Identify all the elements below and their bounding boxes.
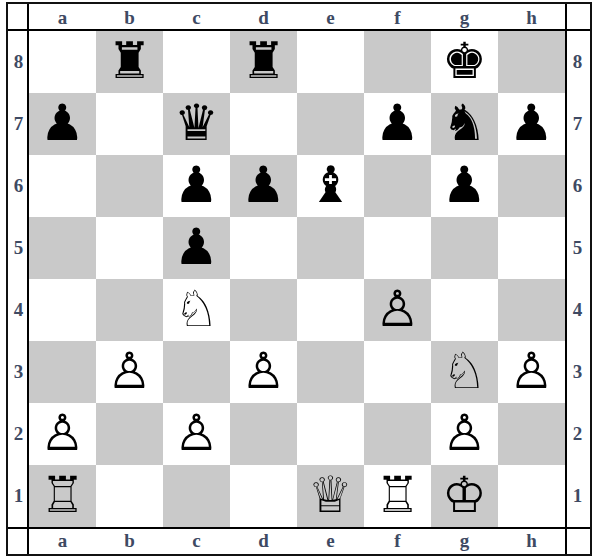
file-label-d-bottom: d [230, 527, 297, 554]
rank-label-1-right: 1 [565, 465, 590, 527]
file-label-g-bottom: g [431, 527, 498, 554]
square-e1[interactable]: ♕ [297, 465, 364, 527]
square-g2[interactable]: ♙ [431, 403, 498, 465]
square-c6[interactable]: ♟ [163, 155, 230, 217]
black-pawn: ♟ [174, 222, 219, 272]
square-e4[interactable] [297, 279, 364, 341]
square-c1[interactable] [163, 465, 230, 527]
square-b4[interactable] [96, 279, 163, 341]
black-pawn: ♟ [174, 160, 219, 210]
corner-cell [8, 527, 29, 554]
square-a3[interactable] [29, 341, 96, 403]
rank-label-3-left: 3 [8, 341, 29, 403]
square-d6[interactable]: ♟ [230, 155, 297, 217]
square-d5[interactable] [230, 217, 297, 279]
rank-label-7-right: 7 [565, 93, 590, 155]
square-h8[interactable] [498, 31, 565, 93]
file-label-h-bottom: h [498, 527, 565, 554]
square-h6[interactable] [498, 155, 565, 217]
white-pawn: ♙ [40, 408, 85, 458]
square-g1[interactable]: ♔ [431, 465, 498, 527]
file-label-b-bottom: b [96, 527, 163, 554]
rank-label-2-right: 2 [565, 403, 590, 465]
white-pawn: ♙ [174, 408, 219, 458]
square-f1[interactable]: ♖ [364, 465, 431, 527]
square-f6[interactable] [364, 155, 431, 217]
square-e8[interactable] [297, 31, 364, 93]
file-label-c-bottom: c [163, 527, 230, 554]
black-bishop: ♝ [308, 160, 353, 210]
square-h5[interactable] [498, 217, 565, 279]
rank-label-6-left: 6 [8, 155, 29, 217]
square-h7[interactable]: ♟ [498, 93, 565, 155]
rank-label-2-left: 2 [8, 403, 29, 465]
square-h3[interactable]: ♙ [498, 341, 565, 403]
black-rook: ♜ [241, 36, 286, 86]
square-b2[interactable] [96, 403, 163, 465]
square-a4[interactable] [29, 279, 96, 341]
black-king: ♚ [442, 36, 487, 86]
square-d3[interactable]: ♙ [230, 341, 297, 403]
square-g8[interactable]: ♚ [431, 31, 498, 93]
file-label-h-top: h [498, 4, 565, 31]
square-f5[interactable] [364, 217, 431, 279]
file-label-g-top: g [431, 4, 498, 31]
square-c7[interactable]: ♛ [163, 93, 230, 155]
square-d7[interactable] [230, 93, 297, 155]
square-g5[interactable] [431, 217, 498, 279]
white-queen: ♕ [308, 470, 353, 520]
square-a1[interactable]: ♖ [29, 465, 96, 527]
rank-label-8-left: 8 [8, 31, 29, 93]
black-pawn: ♟ [442, 160, 487, 210]
square-d1[interactable] [230, 465, 297, 527]
white-knight: ♘ [174, 284, 219, 334]
rank-label-6-right: 6 [565, 155, 590, 217]
square-f7[interactable]: ♟ [364, 93, 431, 155]
square-e7[interactable] [297, 93, 364, 155]
file-label-a-top: a [29, 4, 96, 31]
rank-label-1-left: 1 [8, 465, 29, 527]
white-pawn: ♙ [241, 346, 286, 396]
rank-label-4-left: 4 [8, 279, 29, 341]
file-label-f-bottom: f [364, 527, 431, 554]
square-e3[interactable] [297, 341, 364, 403]
black-pawn: ♟ [40, 98, 85, 148]
black-pawn: ♟ [509, 98, 554, 148]
square-d2[interactable] [230, 403, 297, 465]
corner-cell [8, 4, 29, 31]
black-knight: ♞ [442, 98, 487, 148]
square-c3[interactable] [163, 341, 230, 403]
white-knight: ♘ [442, 346, 487, 396]
white-pawn: ♙ [442, 408, 487, 458]
white-pawn: ♙ [375, 284, 420, 334]
board-grid: abcdefgh8♜♜♚87♟♛♟♞♟76♟♟♝♟65♟54♘♙43♙♙♘♙32… [8, 4, 590, 554]
square-g7[interactable]: ♞ [431, 93, 498, 155]
file-label-e-top: e [297, 4, 364, 31]
square-b7[interactable] [96, 93, 163, 155]
square-c8[interactable] [163, 31, 230, 93]
square-g3[interactable]: ♘ [431, 341, 498, 403]
square-c5[interactable]: ♟ [163, 217, 230, 279]
square-c4[interactable]: ♘ [163, 279, 230, 341]
chess-diagram: abcdefgh8♜♜♚87♟♛♟♞♟76♟♟♝♟65♟54♘♙43♙♙♘♙32… [0, 0, 595, 559]
file-label-a-bottom: a [29, 527, 96, 554]
black-queen: ♛ [174, 98, 219, 148]
rank-label-4-right: 4 [565, 279, 590, 341]
square-h1[interactable] [498, 465, 565, 527]
square-b5[interactable] [96, 217, 163, 279]
file-label-d-top: d [230, 4, 297, 31]
square-b6[interactable] [96, 155, 163, 217]
rank-label-5-left: 5 [8, 217, 29, 279]
square-b3[interactable]: ♙ [96, 341, 163, 403]
file-label-b-top: b [96, 4, 163, 31]
square-e5[interactable] [297, 217, 364, 279]
square-b8[interactable]: ♜ [96, 31, 163, 93]
file-label-e-bottom: e [297, 527, 364, 554]
square-c2[interactable]: ♙ [163, 403, 230, 465]
white-pawn: ♙ [509, 346, 554, 396]
black-rook: ♜ [107, 36, 152, 86]
square-f2[interactable] [364, 403, 431, 465]
square-g4[interactable] [431, 279, 498, 341]
black-pawn: ♟ [241, 160, 286, 210]
rank-label-5-right: 5 [565, 217, 590, 279]
file-label-c-top: c [163, 4, 230, 31]
white-rook: ♖ [375, 470, 420, 520]
white-king: ♔ [442, 470, 487, 520]
rank-label-7-left: 7 [8, 93, 29, 155]
white-rook: ♖ [40, 470, 85, 520]
square-h2[interactable] [498, 403, 565, 465]
corner-cell [565, 4, 590, 31]
square-e6[interactable]: ♝ [297, 155, 364, 217]
rank-label-8-right: 8 [565, 31, 590, 93]
corner-cell [565, 527, 590, 554]
file-label-f-top: f [364, 4, 431, 31]
square-a5[interactable] [29, 217, 96, 279]
square-f4[interactable]: ♙ [364, 279, 431, 341]
rank-label-3-right: 3 [565, 341, 590, 403]
square-d4[interactable] [230, 279, 297, 341]
black-pawn: ♟ [375, 98, 420, 148]
diagram-frame: abcdefgh8♜♜♚87♟♛♟♞♟76♟♟♝♟65♟54♘♙43♙♙♘♙32… [6, 2, 592, 556]
square-b1[interactable] [96, 465, 163, 527]
square-a7[interactable]: ♟ [29, 93, 96, 155]
square-d8[interactable]: ♜ [230, 31, 297, 93]
square-h4[interactable] [498, 279, 565, 341]
square-a8[interactable] [29, 31, 96, 93]
square-g6[interactable]: ♟ [431, 155, 498, 217]
square-f3[interactable] [364, 341, 431, 403]
square-a2[interactable]: ♙ [29, 403, 96, 465]
square-f8[interactable] [364, 31, 431, 93]
white-pawn: ♙ [107, 346, 152, 396]
square-a6[interactable] [29, 155, 96, 217]
square-e2[interactable] [297, 403, 364, 465]
